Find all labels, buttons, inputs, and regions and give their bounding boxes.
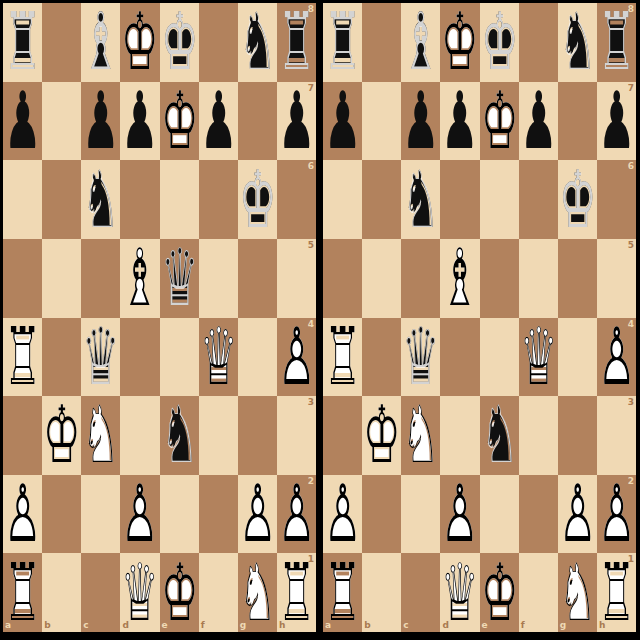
right-file-label-c: c (403, 621, 408, 630)
right-rank-label-1: 1 (628, 555, 634, 564)
right-square-f5[interactable] (519, 239, 558, 318)
black-knight-outline-glyph: ♘ (559, 3, 596, 82)
left-square-f7[interactable]: ♟ (199, 82, 238, 161)
right-square-e2[interactable] (480, 475, 519, 554)
right-square-a3[interactable] (323, 396, 362, 475)
right-rank-label-2: 2 (628, 477, 634, 486)
right-square-h3[interactable]: 3 (597, 396, 636, 475)
left-square-b7[interactable] (42, 82, 81, 161)
right-square-h1[interactable]: ♜♖h1 (597, 553, 636, 632)
right-square-h4[interactable]: ♟♙4 (597, 318, 636, 397)
white-king-outline-glyph: ♔ (43, 396, 80, 475)
white-pawn-outline-glyph: ♙ (598, 474, 635, 553)
left-square-c3[interactable]: ♞♘ (81, 396, 120, 475)
right-file-label-h: h (599, 621, 605, 630)
right-square-h8[interactable]: ♜♖8 (597, 3, 636, 82)
right-square-h5[interactable]: 5 (597, 239, 636, 318)
left-square-h7[interactable]: ♟7 (277, 82, 316, 161)
left-square-d7[interactable]: ♟ (120, 82, 159, 161)
black-pawn-fill-glyph: ♟ (402, 81, 439, 160)
left-square-e5[interactable]: ♛♕ (160, 239, 199, 318)
right-square-a8[interactable]: ♜♖ (323, 3, 362, 82)
left-square-g8[interactable]: ♞♘ (238, 3, 277, 82)
right-square-f2[interactable] (519, 475, 558, 554)
piece-white-knight[interactable]: ♞♘ (401, 396, 440, 475)
piece-black-rook[interactable]: ♜♖ (597, 3, 636, 82)
white-rook-outline-glyph: ♖ (324, 317, 361, 396)
piece-black-rook[interactable]: ♜♖ (277, 3, 316, 82)
left-square-e7[interactable]: ♚♔ (160, 82, 199, 161)
white-king-outline-glyph: ♔ (480, 81, 517, 160)
white-king-outline-glyph: ♔ (121, 3, 158, 82)
right-square-b5[interactable] (362, 239, 401, 318)
piece-black-queen[interactable]: ♛♕ (160, 239, 199, 318)
piece-black-queen[interactable]: ♛♕ (401, 318, 440, 397)
piece-white-king[interactable]: ♚♔ (440, 3, 479, 82)
piece-black-pawn[interactable]: ♟ (401, 82, 440, 161)
right-rank-label-5: 5 (628, 241, 634, 250)
right-square-a5[interactable] (323, 239, 362, 318)
black-knight-outline-glyph: ♘ (160, 396, 197, 475)
left-square-h6[interactable]: 6 (277, 160, 316, 239)
piece-black-knight[interactable]: ♞♘ (558, 3, 597, 82)
left-square-c5[interactable] (81, 239, 120, 318)
piece-white-king[interactable]: ♚♔ (42, 396, 81, 475)
piece-black-pawn[interactable]: ♟ (81, 82, 120, 161)
piece-black-pawn[interactable]: ♟ (120, 82, 159, 161)
piece-black-pawn[interactable]: ♟ (323, 82, 362, 161)
white-king-outline-glyph: ♔ (160, 81, 197, 160)
white-pawn-outline-glyph: ♙ (598, 317, 635, 396)
white-rook-outline-glyph: ♖ (4, 317, 41, 396)
left-square-g6[interactable]: ♚♔ (238, 160, 277, 239)
piece-black-pawn[interactable]: ♟ (519, 82, 558, 161)
dual-chessboard-screen: ♜♖♝♗♚♔♚♔♞♘♜♖8♟♟♟♚♔♟♟7♞♘♚♔6♝♗♛♕5♜♖♛♕♛♕♟♙4… (0, 0, 640, 640)
left-square-b6[interactable] (42, 160, 81, 239)
black-pawn-fill-glyph: ♟ (324, 81, 361, 160)
left-square-d1[interactable]: ♛♕d (120, 553, 159, 632)
left-file-label-h: h (279, 621, 285, 630)
right-square-c5[interactable] (401, 239, 440, 318)
left-square-a2[interactable]: ♟♙ (3, 475, 42, 554)
left-file-label-f: f (201, 621, 205, 630)
left-square-b4[interactable] (42, 318, 81, 397)
left-square-c6[interactable]: ♞♘ (81, 160, 120, 239)
white-pawn-outline-glyph: ♙ (4, 474, 41, 553)
left-file-label-c: c (83, 621, 88, 630)
piece-black-bishop[interactable]: ♝♗ (401, 3, 440, 82)
piece-black-knight[interactable]: ♞♘ (81, 160, 120, 239)
left-square-c7[interactable]: ♟ (81, 82, 120, 161)
black-bishop-outline-glyph: ♗ (402, 3, 439, 82)
black-bishop-outline-glyph: ♗ (82, 3, 119, 82)
left-square-a4[interactable]: ♜♖ (3, 318, 42, 397)
piece-black-knight[interactable]: ♞♘ (401, 160, 440, 239)
right-rank-label-3: 3 (628, 398, 634, 407)
piece-black-knight[interactable]: ♞♘ (160, 396, 199, 475)
piece-black-rook[interactable]: ♜♖ (323, 3, 362, 82)
piece-white-queen[interactable]: ♛♕ (199, 318, 238, 397)
left-rank-label-2: 2 (308, 477, 314, 486)
right-rank-label-7: 7 (628, 84, 634, 93)
right-square-e1[interactable]: ♚♔e (480, 553, 519, 632)
left-square-g7[interactable] (238, 82, 277, 161)
right-square-h2[interactable]: ♟♙2 (597, 475, 636, 554)
black-pawn-fill-glyph: ♟ (598, 81, 635, 160)
white-pawn-outline-glyph: ♙ (278, 474, 315, 553)
left-square-h4[interactable]: ♟♙4 (277, 318, 316, 397)
piece-white-pawn[interactable]: ♟♙ (3, 475, 42, 554)
right-square-f3[interactable] (519, 396, 558, 475)
right-square-g7[interactable] (558, 82, 597, 161)
left-rank-label-6: 6 (308, 162, 314, 171)
left-square-e3[interactable]: ♞♘ (160, 396, 199, 475)
black-queen-outline-glyph: ♕ (402, 317, 439, 396)
white-knight-outline-glyph: ♘ (82, 396, 119, 475)
right-square-f7[interactable]: ♟ (519, 82, 558, 161)
right-square-a1[interactable]: ♜♖a (323, 553, 362, 632)
left-square-h1[interactable]: ♜♖h1 (277, 553, 316, 632)
left-rank-label-1: 1 (308, 555, 314, 564)
left-square-b8[interactable] (42, 3, 81, 82)
right-square-e6[interactable] (480, 160, 519, 239)
black-rook-outline-glyph: ♖ (4, 3, 41, 82)
black-pawn-fill-glyph: ♟ (82, 81, 119, 160)
left-square-f8[interactable] (199, 3, 238, 82)
left-square-d6[interactable] (120, 160, 159, 239)
white-queen-outline-glyph: ♕ (200, 317, 237, 396)
left-square-g1[interactable]: ♞♘g (238, 553, 277, 632)
left-square-a5[interactable] (3, 239, 42, 318)
piece-black-king[interactable]: ♚♔ (480, 3, 519, 82)
white-bishop-outline-glyph: ♗ (441, 239, 478, 318)
left-square-f6[interactable] (199, 160, 238, 239)
right-file-label-a: a (325, 621, 331, 630)
right-square-f4[interactable]: ♛♕ (519, 318, 558, 397)
white-knight-outline-glyph: ♘ (402, 396, 439, 475)
right-square-g5[interactable] (558, 239, 597, 318)
left-board: ♜♖♝♗♚♔♚♔♞♘♜♖8♟♟♟♚♔♟♟7♞♘♚♔6♝♗♛♕5♜♖♛♕♛♕♟♙4… (3, 3, 316, 632)
right-file-label-e: e (482, 621, 488, 630)
black-knight-outline-glyph: ♘ (480, 396, 517, 475)
left-square-b2[interactable] (42, 475, 81, 554)
right-file-label-g: g (560, 621, 566, 630)
left-square-f3[interactable] (199, 396, 238, 475)
black-knight-outline-glyph: ♘ (82, 160, 119, 239)
left-square-e4[interactable] (160, 318, 199, 397)
left-square-b3[interactable]: ♚♔ (42, 396, 81, 475)
left-square-e1[interactable]: ♚♔e (160, 553, 199, 632)
right-file-label-f: f (521, 621, 525, 630)
black-rook-outline-glyph: ♖ (278, 3, 315, 82)
black-knight-outline-glyph: ♘ (239, 3, 276, 82)
piece-white-pawn[interactable]: ♟♙ (558, 475, 597, 554)
right-square-b1[interactable]: b (362, 553, 401, 632)
black-king-outline-glyph: ♔ (480, 3, 517, 82)
left-file-label-g: g (240, 621, 246, 630)
right-square-d6[interactable] (440, 160, 479, 239)
left-rank-label-3: 3 (308, 398, 314, 407)
right-square-e4[interactable] (480, 318, 519, 397)
left-square-f5[interactable] (199, 239, 238, 318)
right-square-h7[interactable]: ♟7 (597, 82, 636, 161)
piece-white-pawn[interactable]: ♟♙ (277, 475, 316, 554)
black-king-outline-glyph: ♔ (559, 160, 596, 239)
left-square-c1[interactable]: c (81, 553, 120, 632)
right-square-a2[interactable]: ♟♙ (323, 475, 362, 554)
right-square-c8[interactable]: ♝♗ (401, 3, 440, 82)
left-file-label-d: d (122, 621, 128, 630)
left-square-d5[interactable]: ♝♗ (120, 239, 159, 318)
right-square-g1[interactable]: ♞♘g (558, 553, 597, 632)
black-king-outline-glyph: ♔ (160, 3, 197, 82)
left-rank-label-4: 4 (308, 320, 314, 329)
left-square-g2[interactable]: ♟♙ (238, 475, 277, 554)
right-square-d2[interactable]: ♟♙ (440, 475, 479, 554)
left-square-a7[interactable]: ♟ (3, 82, 42, 161)
left-square-h5[interactable]: 5 (277, 239, 316, 318)
right-square-c6[interactable]: ♞♘ (401, 160, 440, 239)
white-pawn-outline-glyph: ♙ (441, 474, 478, 553)
right-square-g6[interactable]: ♚♔ (558, 160, 597, 239)
right-square-e5[interactable] (480, 239, 519, 318)
right-square-g2[interactable]: ♟♙ (558, 475, 597, 554)
left-square-h2[interactable]: ♟♙2 (277, 475, 316, 554)
right-square-b3[interactable]: ♚♔ (362, 396, 401, 475)
right-square-d8[interactable]: ♚♔ (440, 3, 479, 82)
left-square-b5[interactable] (42, 239, 81, 318)
white-queen-outline-glyph: ♕ (520, 317, 557, 396)
piece-black-rook[interactable]: ♜♖ (3, 3, 42, 82)
left-square-e2[interactable] (160, 475, 199, 554)
left-file-label-a: a (5, 621, 11, 630)
right-square-e8[interactable]: ♚♔ (480, 3, 519, 82)
right-square-c2[interactable] (401, 475, 440, 554)
left-square-a1[interactable]: ♜♖a (3, 553, 42, 632)
left-square-d4[interactable] (120, 318, 159, 397)
left-file-label-e: e (162, 621, 168, 630)
right-square-a6[interactable] (323, 160, 362, 239)
piece-white-pawn[interactable]: ♟♙ (238, 475, 277, 554)
black-rook-outline-glyph: ♖ (324, 3, 361, 82)
left-square-e6[interactable] (160, 160, 199, 239)
right-file-label-b: b (364, 621, 370, 630)
piece-black-knight[interactable]: ♞♘ (480, 396, 519, 475)
piece-white-king[interactable]: ♚♔ (362, 396, 401, 475)
piece-white-king[interactable]: ♚♔ (480, 82, 519, 161)
right-board: ♜♖♝♗♚♔♚♔♞♘♜♖8♟♟♟♚♔♟♟7♞♘♚♔6♝♗5♜♖♛♕♛♕♟♙4♚♔… (323, 3, 636, 632)
left-square-c8[interactable]: ♝♗ (81, 3, 120, 82)
white-king-outline-glyph: ♔ (441, 3, 478, 82)
left-square-c4[interactable]: ♛♕ (81, 318, 120, 397)
piece-white-bishop[interactable]: ♝♗ (120, 239, 159, 318)
piece-white-bishop[interactable]: ♝♗ (440, 239, 479, 318)
black-knight-outline-glyph: ♘ (402, 160, 439, 239)
piece-black-pawn[interactable]: ♟ (3, 82, 42, 161)
piece-white-knight[interactable]: ♞♘ (81, 396, 120, 475)
right-rank-label-6: 6 (628, 162, 634, 171)
right-square-f8[interactable] (519, 3, 558, 82)
left-file-label-b: b (44, 621, 50, 630)
piece-white-rook[interactable]: ♜♖ (323, 318, 362, 397)
black-queen-outline-glyph: ♕ (82, 317, 119, 396)
piece-white-pawn[interactable]: ♟♙ (120, 475, 159, 554)
left-square-h8[interactable]: ♜♖8 (277, 3, 316, 82)
right-square-d1[interactable]: ♛♕d (440, 553, 479, 632)
right-square-c1[interactable]: c (401, 553, 440, 632)
left-square-g4[interactable] (238, 318, 277, 397)
right-square-c3[interactable]: ♞♘ (401, 396, 440, 475)
black-pawn-fill-glyph: ♟ (520, 81, 557, 160)
left-square-a3[interactable] (3, 396, 42, 475)
left-square-b1[interactable]: b (42, 553, 81, 632)
white-pawn-outline-glyph: ♙ (239, 474, 276, 553)
piece-black-king[interactable]: ♚♔ (558, 160, 597, 239)
left-square-h3[interactable]: 3 (277, 396, 316, 475)
piece-black-king[interactable]: ♚♔ (160, 3, 199, 82)
right-square-a7[interactable]: ♟ (323, 82, 362, 161)
left-square-g5[interactable] (238, 239, 277, 318)
piece-black-pawn[interactable]: ♟ (199, 82, 238, 161)
left-rank-label-7: 7 (308, 84, 314, 93)
right-square-g4[interactable] (558, 318, 597, 397)
right-square-g8[interactable]: ♞♘ (558, 3, 597, 82)
left-rank-label-5: 5 (308, 241, 314, 250)
left-square-a6[interactable] (3, 160, 42, 239)
left-square-f4[interactable]: ♛♕ (199, 318, 238, 397)
left-square-f2[interactable] (199, 475, 238, 554)
right-square-e3[interactable]: ♞♘ (480, 396, 519, 475)
left-rank-label-8: 8 (308, 5, 314, 14)
left-square-e8[interactable]: ♚♔ (160, 3, 199, 82)
piece-black-knight[interactable]: ♞♘ (238, 3, 277, 82)
white-pawn-outline-glyph: ♙ (278, 317, 315, 396)
black-pawn-fill-glyph: ♟ (278, 81, 315, 160)
white-pawn-outline-glyph: ♙ (559, 474, 596, 553)
left-square-d2[interactable]: ♟♙ (120, 475, 159, 554)
black-rook-outline-glyph: ♖ (598, 3, 635, 82)
left-square-c2[interactable] (81, 475, 120, 554)
piece-white-pawn[interactable]: ♟♙ (277, 318, 316, 397)
black-queen-outline-glyph: ♕ (160, 239, 197, 318)
right-square-c4[interactable]: ♛♕ (401, 318, 440, 397)
left-square-g3[interactable] (238, 396, 277, 475)
piece-white-pawn[interactable]: ♟♙ (440, 475, 479, 554)
piece-black-king[interactable]: ♚♔ (238, 160, 277, 239)
piece-white-rook[interactable]: ♜♖ (3, 318, 42, 397)
right-file-label-d: d (442, 621, 448, 630)
right-square-d3[interactable] (440, 396, 479, 475)
right-square-d7[interactable]: ♟ (440, 82, 479, 161)
piece-white-king[interactable]: ♚♔ (120, 3, 159, 82)
black-pawn-fill-glyph: ♟ (441, 81, 478, 160)
right-square-e7[interactable]: ♚♔ (480, 82, 519, 161)
piece-white-pawn[interactable]: ♟♙ (597, 318, 636, 397)
left-square-d3[interactable] (120, 396, 159, 475)
piece-black-pawn[interactable]: ♟ (277, 82, 316, 161)
right-square-g3[interactable] (558, 396, 597, 475)
white-king-outline-glyph: ♔ (363, 396, 400, 475)
piece-white-king[interactable]: ♚♔ (160, 82, 199, 161)
right-square-f1[interactable]: f (519, 553, 558, 632)
right-square-f6[interactable] (519, 160, 558, 239)
piece-white-pawn[interactable]: ♟♙ (323, 475, 362, 554)
right-square-c7[interactable]: ♟ (401, 82, 440, 161)
black-pawn-fill-glyph: ♟ (121, 81, 158, 160)
left-square-f1[interactable]: f (199, 553, 238, 632)
piece-black-bishop[interactable]: ♝♗ (81, 3, 120, 82)
black-pawn-fill-glyph: ♟ (4, 81, 41, 160)
right-square-b6[interactable] (362, 160, 401, 239)
right-square-d5[interactable]: ♝♗ (440, 239, 479, 318)
right-square-b2[interactable] (362, 475, 401, 554)
right-square-d4[interactable] (440, 318, 479, 397)
left-square-d8[interactable]: ♚♔ (120, 3, 159, 82)
right-square-b7[interactable] (362, 82, 401, 161)
piece-black-queen[interactable]: ♛♕ (81, 318, 120, 397)
black-king-outline-glyph: ♔ (239, 160, 276, 239)
piece-white-queen[interactable]: ♛♕ (519, 318, 558, 397)
right-square-h6[interactable]: 6 (597, 160, 636, 239)
left-square-a8[interactable]: ♜♖ (3, 3, 42, 82)
white-bishop-outline-glyph: ♗ (121, 239, 158, 318)
piece-black-pawn[interactable]: ♟ (440, 82, 479, 161)
white-pawn-outline-glyph: ♙ (121, 474, 158, 553)
right-square-a4[interactable]: ♜♖ (323, 318, 362, 397)
right-square-b8[interactable] (362, 3, 401, 82)
black-pawn-fill-glyph: ♟ (200, 81, 237, 160)
piece-white-pawn[interactable]: ♟♙ (597, 475, 636, 554)
white-pawn-outline-glyph: ♙ (324, 474, 361, 553)
right-rank-label-8: 8 (628, 5, 634, 14)
piece-black-pawn[interactable]: ♟ (597, 82, 636, 161)
right-square-b4[interactable] (362, 318, 401, 397)
right-rank-label-4: 4 (628, 320, 634, 329)
